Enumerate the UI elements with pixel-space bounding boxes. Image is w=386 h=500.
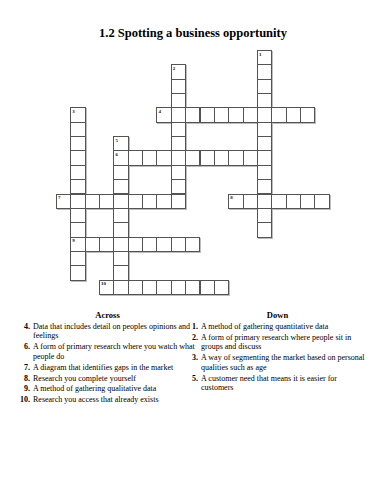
- grid-cell-r13c7[interactable]: [156, 237, 171, 252]
- grid-cell-r4c1[interactable]: 3: [70, 107, 85, 122]
- grid-cell-r13c2[interactable]: [85, 237, 100, 252]
- grid-cell-r6c1[interactable]: [70, 136, 85, 151]
- clue-text: Research you complete yourself: [33, 374, 197, 383]
- grid-cell-r7c14[interactable]: [257, 150, 272, 165]
- grid-cell-r11c1[interactable]: [70, 208, 85, 223]
- clue-number: 4.: [18, 322, 30, 341]
- clue-across-10: 10.Research you access that already exis…: [18, 395, 197, 404]
- grid-cell-r13c3[interactable]: [99, 237, 114, 252]
- grid-cell-r16c3[interactable]: 10: [99, 280, 114, 295]
- down-header: Down: [187, 311, 368, 320]
- clue-text: A diagram that identifies gaps in the ma…: [33, 363, 197, 372]
- clue-number: 8.: [18, 374, 30, 383]
- grid-cell-r4c14[interactable]: [257, 107, 272, 122]
- grid-cell-r10c13[interactable]: [243, 194, 258, 209]
- grid-cell-r16c6[interactable]: [142, 280, 157, 295]
- grid-cell-r8c1[interactable]: [70, 165, 85, 180]
- cell-number-2: 2: [173, 66, 176, 71]
- grid-cell-r7c9[interactable]: [185, 150, 200, 165]
- clue-number: 10.: [18, 395, 30, 404]
- grid-cell-r4c11[interactable]: [214, 107, 229, 122]
- grid-cell-r3c14[interactable]: [257, 93, 272, 108]
- grid-cell-r7c7[interactable]: [156, 150, 171, 165]
- clue-text: A way of segmenting the market based on …: [201, 353, 368, 372]
- clue-number: 5.: [187, 374, 198, 393]
- grid-cell-r13c1[interactable]: 9: [70, 237, 85, 252]
- grid-cell-r4c17[interactable]: [300, 107, 315, 122]
- grid-cell-r4c12[interactable]: [228, 107, 243, 122]
- clue-text: A method of gathering quantitative data: [201, 322, 368, 331]
- grid-cell-r6c8[interactable]: [171, 136, 186, 151]
- grid-cell-r6c14[interactable]: [257, 136, 272, 151]
- clue-text: A method of gathering qualitative data: [33, 384, 197, 393]
- grid-cell-r15c1[interactable]: [70, 265, 85, 280]
- grid-cell-r13c9[interactable]: [185, 237, 200, 252]
- grid-cell-r16c10[interactable]: [200, 280, 215, 295]
- grid-cell-r10c4[interactable]: [113, 194, 128, 209]
- clue-text: A customer need that means it is easier …: [201, 374, 368, 393]
- grid-cell-r12c14[interactable]: [257, 222, 272, 237]
- grid-cell-r9c4[interactable]: [113, 179, 128, 194]
- grid-cell-r2c8[interactable]: [171, 79, 186, 94]
- grid-cell-r16c11[interactable]: [214, 280, 229, 295]
- clue-number: 6.: [18, 342, 30, 361]
- grid-cell-r16c5[interactable]: [128, 280, 143, 295]
- down-clues-column: Down 1.A method of gathering quantitativ…: [187, 311, 368, 394]
- grid-cell-r7c1[interactable]: [70, 150, 85, 165]
- clue-text: A form of primary research where you wat…: [33, 342, 197, 361]
- grid-cell-r16c7[interactable]: [156, 280, 171, 295]
- grid-cell-r7c13[interactable]: [243, 150, 258, 165]
- grid-cell-r10c5[interactable]: [128, 194, 143, 209]
- grid-cell-r9c1[interactable]: [70, 179, 85, 194]
- grid-cell-r1c14[interactable]: [257, 64, 272, 79]
- grid-cell-r10c7[interactable]: [156, 194, 171, 209]
- grid-cell-r4c16[interactable]: [286, 107, 301, 122]
- grid-cell-r1c8[interactable]: 2: [171, 64, 186, 79]
- grid-cell-r0c14[interactable]: 1: [257, 50, 272, 65]
- clue-down-2: 2.A form of primary research where peopl…: [187, 333, 368, 352]
- grid-cell-r5c14[interactable]: [257, 122, 272, 137]
- across-clue-list: 4.Data that includes detail on peoples o…: [18, 322, 197, 405]
- grid-cell-r10c12[interactable]: 8: [228, 194, 243, 209]
- grid-cell-r3c8[interactable]: [171, 93, 186, 108]
- clue-down-5: 5.A customer need that means it is easie…: [187, 374, 368, 393]
- clue-number: 7.: [18, 363, 30, 372]
- clue-text: Research you access that already exists: [33, 395, 197, 404]
- grid-cell-r14c4[interactable]: [113, 251, 128, 266]
- cell-number-4: 4: [158, 109, 161, 114]
- grid-cell-r8c8[interactable]: [171, 165, 186, 180]
- clue-across-9: 9.A method of gathering qualitative data: [18, 384, 197, 393]
- clue-down-1: 1.A method of gathering quantitative dat…: [187, 322, 368, 331]
- grid-cell-r11c14[interactable]: [257, 208, 272, 223]
- clue-down-3: 3.A way of segmenting the market based o…: [187, 353, 368, 372]
- clue-across-6: 6.A form of primary research where you w…: [18, 342, 197, 361]
- grid-cell-r9c8[interactable]: [171, 179, 186, 194]
- grid-cell-r13c8[interactable]: [171, 237, 186, 252]
- grid-cell-r16c9[interactable]: [185, 280, 200, 295]
- grid-cell-r4c9[interactable]: [185, 107, 200, 122]
- grid-cell-r4c15[interactable]: [271, 107, 286, 122]
- grid-cell-r16c4[interactable]: [113, 280, 128, 295]
- cell-number-3: 3: [72, 109, 75, 114]
- down-clue-list: 1.A method of gathering quantitative dat…: [187, 322, 368, 392]
- cell-number-6: 6: [115, 152, 118, 157]
- grid-cell-r7c8[interactable]: [171, 150, 186, 165]
- clue-number: 3.: [187, 353, 198, 372]
- clue-number: 1.: [187, 322, 198, 331]
- grid-cell-r4c10[interactable]: [200, 107, 215, 122]
- grid-cell-r10c2[interactable]: [85, 194, 100, 209]
- grid-cell-r13c6[interactable]: [142, 237, 157, 252]
- grid-cell-r10c18[interactable]: [314, 194, 329, 209]
- grid-cell-r10c0[interactable]: 7: [56, 194, 71, 209]
- grid-cell-r10c17[interactable]: [300, 194, 315, 209]
- grid-cell-r12c1[interactable]: [70, 222, 85, 237]
- grid-cell-r7c10[interactable]: [200, 150, 215, 165]
- grid-cell-r7c11[interactable]: [214, 150, 229, 165]
- clue-text: Data that includes detail on peoples opi…: [33, 322, 197, 341]
- grid-cell-r10c3[interactable]: [99, 194, 114, 209]
- grid-cell-r10c14[interactable]: [257, 194, 272, 209]
- grid-cell-r13c4[interactable]: [113, 237, 128, 252]
- grid-cell-r12c4[interactable]: [113, 222, 128, 237]
- grid-cell-r2c14[interactable]: [257, 79, 272, 94]
- clue-text: A form of primary research where people …: [201, 333, 368, 352]
- grid-cell-r4c7[interactable]: 4: [156, 107, 171, 122]
- grid-cell-r9c14[interactable]: [257, 179, 272, 194]
- cell-number-10: 10: [101, 281, 106, 286]
- grid-cell-r6c4[interactable]: 5: [113, 136, 128, 151]
- worksheet-page: 1.2 Spotting a business opportunity 1234…: [0, 0, 386, 500]
- across-clues-column: Across 4.Data that includes detail on pe…: [18, 311, 197, 406]
- grid-cell-r5c1[interactable]: [70, 122, 85, 137]
- clue-across-7: 7.A diagram that identifies gaps in the …: [18, 363, 197, 372]
- grid-cell-r8c4[interactable]: [113, 165, 128, 180]
- grid-cell-r13c5[interactable]: [128, 237, 143, 252]
- grid-cell-r10c6[interactable]: [142, 194, 157, 209]
- cell-number-7: 7: [58, 195, 61, 200]
- grid-cell-r7c4[interactable]: 6: [113, 150, 128, 165]
- grid-cell-r16c8[interactable]: [171, 280, 186, 295]
- grid-cell-r8c14[interactable]: [257, 165, 272, 180]
- grid-cell-r7c6[interactable]: [142, 150, 157, 165]
- cell-number-9: 9: [72, 238, 75, 243]
- page-title: 1.2 Spotting a business opportunity: [0, 0, 386, 40]
- grid-cell-r4c8[interactable]: [171, 107, 186, 122]
- grid-cell-r15c4[interactable]: [113, 265, 128, 280]
- grid-cell-r4c13[interactable]: [243, 107, 258, 122]
- grid-cell-r7c12[interactable]: [228, 150, 243, 165]
- clue-across-4: 4.Data that includes detail on peoples o…: [18, 322, 197, 341]
- clue-across-8: 8.Research you complete yourself: [18, 374, 197, 383]
- grid-cell-r14c1[interactable]: [70, 251, 85, 266]
- grid-cell-r5c8[interactable]: [171, 122, 186, 137]
- across-header: Across: [18, 311, 197, 320]
- grid-cell-r11c4[interactable]: [113, 208, 128, 223]
- clue-number: 2.: [187, 333, 198, 352]
- grid-cell-r10c8[interactable]: [171, 194, 186, 209]
- grid-cell-r10c15[interactable]: [271, 194, 286, 209]
- cell-number-5: 5: [115, 138, 118, 143]
- grid-cell-r10c16[interactable]: [286, 194, 301, 209]
- cell-number-1: 1: [259, 52, 262, 57]
- clue-number: 9.: [18, 384, 30, 393]
- cell-number-8: 8: [230, 195, 233, 200]
- grid-cell-r7c5[interactable]: [128, 150, 143, 165]
- grid-cell-r10c1[interactable]: [70, 194, 85, 209]
- crossword-grid: 12345678910: [56, 50, 332, 296]
